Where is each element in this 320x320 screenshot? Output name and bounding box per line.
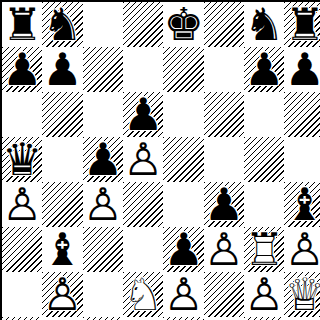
piece-white-pawn-fill: ♟ <box>284 227 320 272</box>
piece-black-pawn: ♟ <box>2 47 42 92</box>
square-b4[interactable] <box>42 182 82 227</box>
piece-black-pawn: ♟ <box>284 47 320 92</box>
piece-black-rook: ♜ <box>284 2 320 47</box>
piece-white-pawn: ♟♙ <box>83 182 123 227</box>
square-a3[interactable] <box>2 227 42 272</box>
square-h6[interactable] <box>284 92 320 137</box>
square-e4[interactable] <box>163 182 203 227</box>
square-c4[interactable]: ♟♙ <box>83 182 123 227</box>
piece-black-king: ♚ <box>163 2 203 47</box>
piece-black-knight: ♞ <box>244 2 284 47</box>
piece-white-pawn: ♟♙ <box>204 227 244 272</box>
piece-white-pawn: ♟♙ <box>42 272 82 317</box>
square-a4[interactable]: ♟♙ <box>2 182 42 227</box>
square-d5[interactable]: ♟♙ <box>123 137 163 182</box>
piece-white-queen: ♛♕ <box>284 272 320 317</box>
piece-white-queen-outline: ♕ <box>284 272 320 317</box>
square-f5[interactable] <box>204 137 244 182</box>
square-a8[interactable]: ♜ <box>2 2 42 47</box>
square-f3[interactable]: ♟♙ <box>204 227 244 272</box>
piece-white-queen-fill: ♛ <box>284 272 320 317</box>
square-b6[interactable] <box>42 92 82 137</box>
square-a7[interactable]: ♟ <box>2 47 42 92</box>
square-g4[interactable] <box>244 182 284 227</box>
square-h7[interactable]: ♟ <box>284 47 320 92</box>
piece-white-pawn: ♟♙ <box>2 182 42 227</box>
square-c3[interactable] <box>83 227 123 272</box>
piece-white-pawn-fill: ♟ <box>42 272 82 317</box>
square-e2[interactable]: ♟♙ <box>163 272 203 317</box>
piece-black-bishop: ♝ <box>42 227 82 272</box>
square-f8[interactable] <box>204 2 244 47</box>
piece-white-pawn-fill: ♟ <box>2 182 42 227</box>
piece-white-pawn-outline: ♙ <box>204 227 244 272</box>
piece-white-pawn-outline: ♙ <box>2 182 42 227</box>
square-f2[interactable] <box>204 272 244 317</box>
piece-black-pawn: ♟ <box>83 137 123 182</box>
piece-white-pawn: ♟♙ <box>123 137 163 182</box>
square-c5[interactable]: ♟ <box>83 137 123 182</box>
piece-black-knight: ♞ <box>42 2 82 47</box>
square-h5[interactable] <box>284 137 320 182</box>
piece-white-knight-fill: ♞ <box>123 272 163 317</box>
square-e6[interactable] <box>163 92 203 137</box>
square-c8[interactable] <box>83 2 123 47</box>
piece-black-pawn: ♟ <box>163 227 203 272</box>
square-e5[interactable] <box>163 137 203 182</box>
square-d8[interactable] <box>123 2 163 47</box>
square-g3[interactable]: ♜♖ <box>244 227 284 272</box>
piece-white-pawn: ♟♙ <box>284 227 320 272</box>
piece-white-pawn-fill: ♟ <box>83 182 123 227</box>
square-a6[interactable] <box>2 92 42 137</box>
square-b8[interactable]: ♞ <box>42 2 82 47</box>
piece-white-rook-outline: ♖ <box>244 227 284 272</box>
piece-white-pawn-fill: ♟ <box>123 137 163 182</box>
piece-black-pawn: ♟ <box>204 182 244 227</box>
square-g2[interactable]: ♟♙ <box>244 272 284 317</box>
square-h2[interactable]: ♛♕ <box>284 272 320 317</box>
square-g7[interactable]: ♟ <box>244 47 284 92</box>
square-a5[interactable]: ♛ <box>2 137 42 182</box>
piece-white-pawn-outline: ♙ <box>123 137 163 182</box>
piece-black-rook: ♜ <box>2 2 42 47</box>
piece-white-pawn-outline: ♙ <box>163 272 203 317</box>
piece-white-rook-fill: ♜ <box>244 227 284 272</box>
piece-black-pawn: ♟ <box>244 47 284 92</box>
square-h8[interactable]: ♜ <box>284 2 320 47</box>
piece-white-pawn-outline: ♙ <box>244 272 284 317</box>
piece-white-pawn-fill: ♟ <box>163 272 203 317</box>
square-g6[interactable] <box>244 92 284 137</box>
piece-white-pawn-fill: ♟ <box>244 272 284 317</box>
piece-white-knight: ♞♘ <box>123 272 163 317</box>
square-e7[interactable] <box>163 47 203 92</box>
square-d3[interactable] <box>123 227 163 272</box>
square-d7[interactable] <box>123 47 163 92</box>
square-d4[interactable] <box>123 182 163 227</box>
piece-black-pawn: ♟ <box>123 92 163 137</box>
square-d6[interactable]: ♟ <box>123 92 163 137</box>
square-g8[interactable]: ♞ <box>244 2 284 47</box>
piece-black-queen: ♛ <box>2 137 42 182</box>
square-b7[interactable]: ♟ <box>42 47 82 92</box>
square-f4[interactable]: ♟ <box>204 182 244 227</box>
piece-white-rook: ♜♖ <box>244 227 284 272</box>
piece-white-pawn-fill: ♟ <box>204 227 244 272</box>
piece-white-pawn-outline: ♙ <box>284 227 320 272</box>
square-d2[interactable]: ♞♘ <box>123 272 163 317</box>
square-g5[interactable] <box>244 137 284 182</box>
piece-white-pawn: ♟♙ <box>163 272 203 317</box>
square-b5[interactable] <box>42 137 82 182</box>
square-b2[interactable]: ♟♙ <box>42 272 82 317</box>
square-e8[interactable]: ♚ <box>163 2 203 47</box>
square-c6[interactable] <box>83 92 123 137</box>
piece-white-pawn: ♟♙ <box>244 272 284 317</box>
piece-white-pawn-outline: ♙ <box>42 272 82 317</box>
square-f6[interactable] <box>204 92 244 137</box>
square-c7[interactable] <box>83 47 123 92</box>
square-b3[interactable]: ♝ <box>42 227 82 272</box>
chess-board: ♜♞♚♞♜♟♟♟♟♟♛♟♟♙♟♙♟♙♟♝♝♟♟♙♜♖♟♙♟♙♞♘♟♙♟♙♛♕♝♗… <box>0 0 320 320</box>
piece-black-bishop: ♝ <box>284 182 320 227</box>
piece-white-pawn-outline: ♙ <box>83 182 123 227</box>
square-e3[interactable]: ♟ <box>163 227 203 272</box>
piece-black-pawn: ♟ <box>42 47 82 92</box>
square-c2[interactable] <box>83 272 123 317</box>
square-h3[interactable]: ♟♙ <box>284 227 320 272</box>
piece-white-knight-outline: ♘ <box>123 272 163 317</box>
square-h4[interactable]: ♝ <box>284 182 320 227</box>
square-a2[interactable] <box>2 272 42 317</box>
square-f7[interactable] <box>204 47 244 92</box>
